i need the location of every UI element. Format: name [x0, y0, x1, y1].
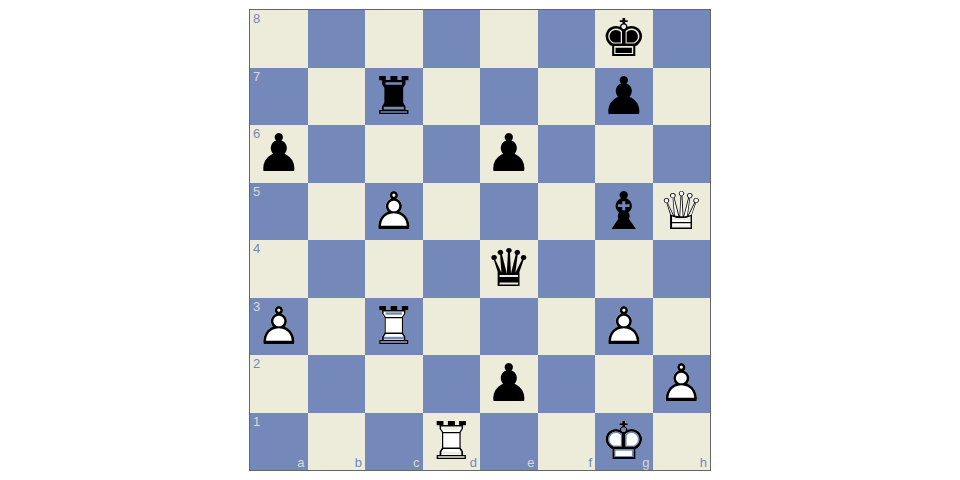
- piece-black-pawn: ♟: [595, 68, 653, 126]
- piece-glyph-fill: ♛: [653, 183, 711, 241]
- square-b1[interactable]: b: [308, 413, 366, 471]
- square-g8[interactable]: ♚: [595, 10, 653, 68]
- square-f8[interactable]: [538, 10, 596, 68]
- file-label-c: c: [413, 456, 420, 469]
- square-a4[interactable]: 4: [250, 240, 308, 298]
- square-e2[interactable]: ♟: [480, 355, 538, 413]
- square-b8[interactable]: [308, 10, 366, 68]
- piece-glyph: ♟: [595, 68, 653, 126]
- square-h5[interactable]: ♛♕: [653, 183, 711, 241]
- square-a3[interactable]: 3♟♙: [250, 298, 308, 356]
- square-c6[interactable]: [365, 125, 423, 183]
- square-f2[interactable]: [538, 355, 596, 413]
- piece-white-pawn: ♟♙: [595, 298, 653, 356]
- square-e1[interactable]: e: [480, 413, 538, 471]
- square-e4[interactable]: ♛: [480, 240, 538, 298]
- piece-glyph-outline: ♙: [595, 298, 653, 356]
- square-f7[interactable]: [538, 68, 596, 126]
- square-d4[interactable]: [423, 240, 481, 298]
- piece-glyph: ♚: [595, 10, 653, 68]
- square-g6[interactable]: [595, 125, 653, 183]
- file-label-g: g: [642, 456, 649, 469]
- square-c3[interactable]: ♜♖: [365, 298, 423, 356]
- square-g5[interactable]: ♝: [595, 183, 653, 241]
- square-g3[interactable]: ♟♙: [595, 298, 653, 356]
- piece-white-rook: ♜♖: [365, 298, 423, 356]
- piece-white-pawn: ♟♙: [365, 183, 423, 241]
- rank-label-4: 4: [253, 242, 260, 255]
- rank-label-6: 6: [253, 127, 260, 140]
- square-h4[interactable]: [653, 240, 711, 298]
- square-a1[interactable]: 1a: [250, 413, 308, 471]
- square-b4[interactable]: [308, 240, 366, 298]
- square-g1[interactable]: g♚♔: [595, 413, 653, 471]
- square-b5[interactable]: [308, 183, 366, 241]
- piece-black-bishop: ♝: [595, 183, 653, 241]
- square-h3[interactable]: [653, 298, 711, 356]
- piece-glyph-outline: ♙: [653, 355, 711, 413]
- piece-glyph-fill: ♟: [365, 183, 423, 241]
- square-e6[interactable]: ♟: [480, 125, 538, 183]
- piece-glyph: ♛: [480, 240, 538, 298]
- square-c4[interactable]: [365, 240, 423, 298]
- square-h2[interactable]: ♟♙: [653, 355, 711, 413]
- square-a7[interactable]: 7: [250, 68, 308, 126]
- square-d3[interactable]: [423, 298, 481, 356]
- square-d1[interactable]: d♜♖: [423, 413, 481, 471]
- square-b6[interactable]: [308, 125, 366, 183]
- square-h6[interactable]: [653, 125, 711, 183]
- square-a6[interactable]: 6♟: [250, 125, 308, 183]
- square-f6[interactable]: [538, 125, 596, 183]
- square-c1[interactable]: c: [365, 413, 423, 471]
- square-b3[interactable]: [308, 298, 366, 356]
- square-c5[interactable]: ♟♙: [365, 183, 423, 241]
- rank-label-7: 7: [253, 70, 260, 83]
- square-a2[interactable]: 2: [250, 355, 308, 413]
- file-label-f: f: [588, 456, 592, 469]
- square-h1[interactable]: h: [653, 413, 711, 471]
- square-c7[interactable]: ♜: [365, 68, 423, 126]
- page: 8♚7♜♟6♟♟5♟♙♝♛♕4♛3♟♙♜♖♟♙2♟♟♙1abcd♜♖efg♚♔h: [0, 0, 960, 480]
- square-a8[interactable]: 8: [250, 10, 308, 68]
- rank-label-5: 5: [253, 185, 260, 198]
- square-e5[interactable]: [480, 183, 538, 241]
- square-g4[interactable]: [595, 240, 653, 298]
- file-label-b: b: [355, 456, 362, 469]
- square-f5[interactable]: [538, 183, 596, 241]
- square-b7[interactable]: [308, 68, 366, 126]
- piece-glyph-fill: ♟: [653, 355, 711, 413]
- piece-black-queen: ♛: [480, 240, 538, 298]
- piece-black-pawn: ♟: [480, 125, 538, 183]
- piece-black-king: ♚: [595, 10, 653, 68]
- file-label-d: d: [470, 456, 477, 469]
- piece-glyph: ♝: [595, 183, 653, 241]
- piece-black-pawn: ♟: [480, 355, 538, 413]
- square-f4[interactable]: [538, 240, 596, 298]
- piece-white-queen: ♛♕: [653, 183, 711, 241]
- square-g7[interactable]: ♟: [595, 68, 653, 126]
- piece-glyph: ♟: [480, 125, 538, 183]
- square-d6[interactable]: [423, 125, 481, 183]
- square-h8[interactable]: [653, 10, 711, 68]
- square-h7[interactable]: [653, 68, 711, 126]
- piece-glyph-fill: ♜: [365, 298, 423, 356]
- square-d8[interactable]: [423, 10, 481, 68]
- piece-glyph: ♟: [480, 355, 538, 413]
- square-f3[interactable]: [538, 298, 596, 356]
- rank-label-2: 2: [253, 357, 260, 370]
- rank-label-3: 3: [253, 300, 260, 313]
- rank-label-8: 8: [253, 12, 260, 25]
- square-f1[interactable]: f: [538, 413, 596, 471]
- piece-black-rook: ♜: [365, 68, 423, 126]
- file-label-h: h: [700, 456, 707, 469]
- square-e7[interactable]: [480, 68, 538, 126]
- square-d7[interactable]: [423, 68, 481, 126]
- file-label-a: a: [297, 456, 304, 469]
- square-c8[interactable]: [365, 10, 423, 68]
- piece-glyph-outline: ♙: [365, 183, 423, 241]
- file-label-e: e: [527, 456, 534, 469]
- square-d2[interactable]: [423, 355, 481, 413]
- square-b2[interactable]: [308, 355, 366, 413]
- piece-glyph-outline: ♖: [365, 298, 423, 356]
- square-e3[interactable]: [480, 298, 538, 356]
- square-g2[interactable]: [595, 355, 653, 413]
- piece-glyph-fill: ♟: [595, 298, 653, 356]
- square-d5[interactable]: [423, 183, 481, 241]
- square-e8[interactable]: [480, 10, 538, 68]
- piece-glyph-outline: ♕: [653, 183, 711, 241]
- square-a5[interactable]: 5: [250, 183, 308, 241]
- piece-white-pawn: ♟♙: [653, 355, 711, 413]
- chess-board: 8♚7♜♟6♟♟5♟♙♝♛♕4♛3♟♙♜♖♟♙2♟♟♙1abcd♜♖efg♚♔h: [249, 9, 711, 471]
- piece-glyph: ♜: [365, 68, 423, 126]
- rank-label-1: 1: [253, 415, 260, 428]
- square-c2[interactable]: [365, 355, 423, 413]
